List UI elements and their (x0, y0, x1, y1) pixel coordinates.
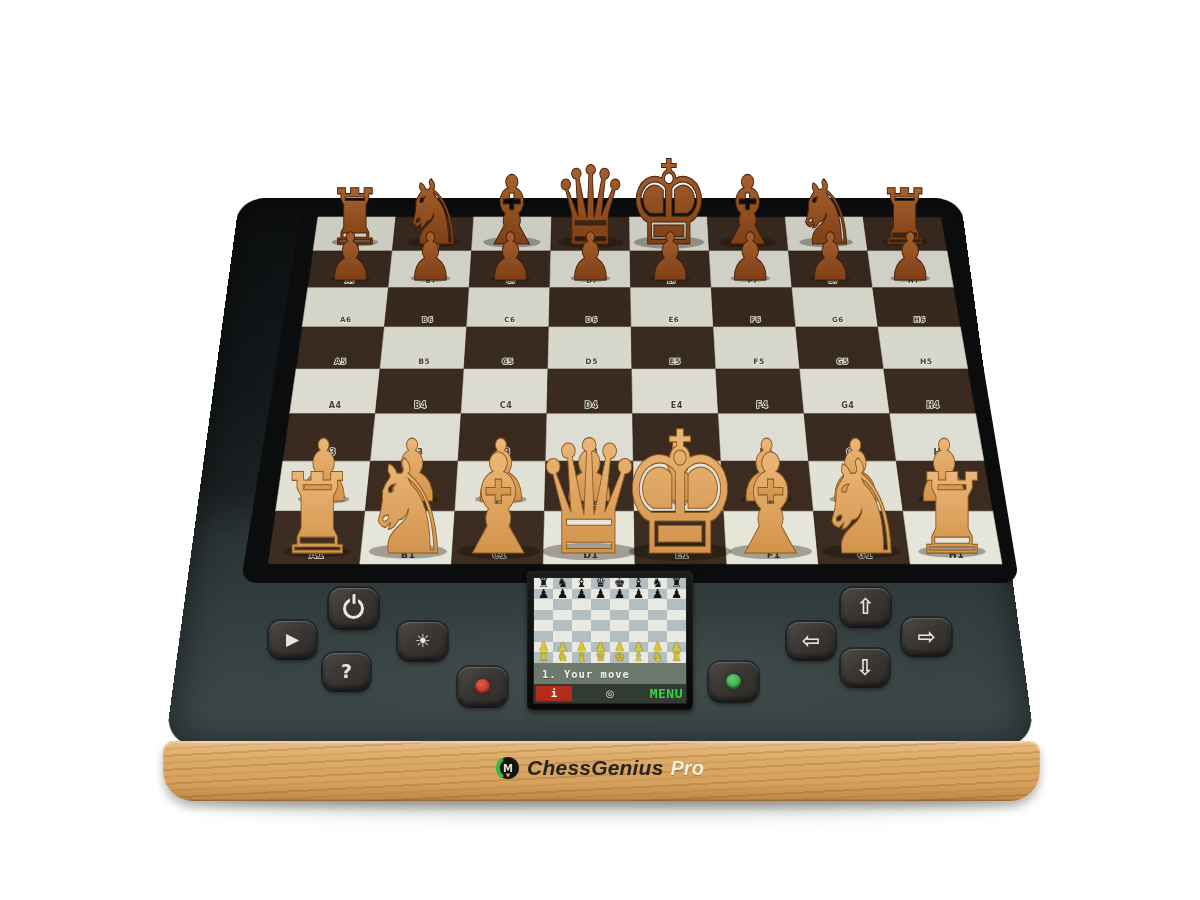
green-dot-icon (726, 674, 741, 689)
square-label-C6: C6 (504, 315, 515, 324)
status-icon: ◎ (606, 688, 615, 699)
piece-white-bishop[interactable]: ♝ (721, 425, 820, 585)
lcd-square-h5 (667, 610, 686, 621)
square-label-B4: B4 (414, 400, 427, 410)
square-label-E5: E5 (670, 357, 681, 366)
square-label-A5: A5 (335, 357, 347, 366)
square-label-G5: G5 (836, 357, 849, 366)
square-label-F4: F4 (756, 400, 768, 410)
arrow-up-button[interactable]: ⇧ (841, 588, 890, 626)
lcd-square-f7: ♟ (629, 589, 648, 600)
square-label-H6: H6 (914, 315, 926, 324)
chessgenius-pro-device: A8B8C8D8E8F8G8H8A7B7C7D7E7F7G7H7A6B6C6D6… (0, 0, 1200, 900)
lcd-square-g6 (648, 599, 667, 610)
arrow-down-icon: ⇩ (856, 657, 874, 679)
lcd-square-e4 (610, 620, 629, 631)
lcd-square-d1: ♛ (591, 652, 610, 663)
brand-name: ChessGenius (527, 756, 663, 780)
brightness-button[interactable]: ☀ (398, 622, 447, 660)
lcd-status-bar: i ◎ MENU (534, 684, 686, 703)
arrow-up-icon: ⇧ (856, 596, 874, 618)
square-label-C4: C4 (500, 400, 513, 410)
arrow-down-button[interactable]: ⇩ (841, 649, 889, 686)
lcd-square-g1: ♞ (648, 652, 667, 663)
square-label-G6: G6 (832, 315, 844, 324)
lcd-square-b7: ♟ (553, 589, 572, 600)
lcd-square-f5 (629, 610, 648, 621)
lcd-square-b6 (553, 599, 572, 610)
play-icon: ▶ (286, 631, 299, 648)
lcd-square-h1: ♜ (667, 652, 686, 663)
lcd-square-c5 (572, 610, 591, 621)
square-label-D5: D5 (585, 357, 598, 366)
arrow-right-button[interactable]: ⇨ (902, 618, 951, 655)
piece-black-pawn[interactable]: ♟ (807, 218, 854, 295)
lcd-square-h7: ♟ (667, 589, 686, 600)
brightness-icon: ☀ (414, 632, 430, 650)
lcd-square-h4 (667, 620, 686, 631)
lcd-square-c1: ♝ (572, 652, 591, 663)
lcd-screen: ♜♞♝♛♚♝♞♜♟♟♟♟♟♟♟♟♟♟♟♟♟♟♟♟♜♞♝♛♚♝♞♜ 1. Your… (533, 577, 687, 704)
svg-text:M: M (503, 763, 513, 774)
square-label-B6: B6 (422, 315, 433, 324)
square-label-H5: H5 (920, 357, 933, 366)
piece-black-pawn[interactable]: ♟ (727, 218, 774, 295)
chessgenius-logo: M (496, 756, 520, 780)
piece-black-pawn[interactable]: ♟ (647, 218, 694, 295)
lcd-square-d5 (591, 610, 610, 621)
lcd-square-c7: ♟ (572, 589, 591, 600)
lcd-square-g5 (648, 610, 667, 621)
square-label-H4: H4 (927, 400, 940, 410)
piece-black-pawn[interactable]: ♟ (887, 218, 934, 295)
square-label-B5: B5 (418, 357, 430, 366)
lcd-square-a7: ♟ (534, 589, 553, 600)
piece-white-knight[interactable]: ♞ (815, 433, 908, 584)
power-icon (343, 598, 364, 619)
menu-label: MENU (650, 686, 683, 701)
square-label-A6: A6 (340, 315, 351, 324)
square-label-E6: E6 (668, 315, 679, 324)
lcd-square-a1: ♜ (534, 652, 553, 663)
power-button[interactable] (329, 588, 378, 628)
piece-black-pawn[interactable]: ♟ (487, 218, 534, 295)
lcd-square-h6 (667, 599, 686, 610)
lcd-square-e1: ♚ (610, 652, 629, 663)
arrow-left-icon: ⇦ (802, 630, 820, 652)
square-label-G4: G4 (841, 400, 854, 410)
piece-black-pawn[interactable]: ♟ (567, 218, 614, 295)
square-label-F6: F6 (750, 315, 761, 324)
lcd-display: ♜♞♝♛♚♝♞♜♟♟♟♟♟♟♟♟♟♟♟♟♟♟♟♟♜♞♝♛♚♝♞♜ 1. Your… (527, 571, 693, 710)
lcd-square-b1: ♞ (553, 652, 572, 663)
red-dot-icon (475, 679, 490, 694)
lcd-mini-board: ♜♞♝♛♚♝♞♜♟♟♟♟♟♟♟♟♟♟♟♟♟♟♟♟♜♞♝♛♚♝♞♜ (534, 578, 686, 663)
piece-black-pawn[interactable]: ♟ (327, 218, 374, 295)
brand-bar: M ChessGenius Pro (0, 748, 1200, 788)
play-button[interactable]: ▶ (269, 621, 316, 658)
square-label-A4: A4 (329, 400, 342, 410)
red-record-button[interactable] (458, 667, 507, 706)
lcd-square-b4 (553, 620, 572, 631)
lcd-square-f6 (629, 599, 648, 610)
arrow-left-button[interactable]: ⇦ (787, 622, 835, 659)
lcd-square-e5 (610, 610, 629, 621)
piece-white-rook[interactable]: ♜ (277, 450, 357, 580)
info-badge: i (536, 686, 572, 701)
lcd-square-a5 (534, 610, 553, 621)
square-label-D6: D6 (586, 315, 598, 324)
lcd-square-f1: ♝ (629, 652, 648, 663)
lcd-square-a4 (534, 620, 553, 631)
lcd-square-d4 (591, 620, 610, 631)
piece-white-rook[interactable]: ♜ (912, 450, 992, 580)
lcd-square-a6 (534, 599, 553, 610)
question-icon: ? (341, 662, 352, 681)
lcd-square-g7: ♟ (648, 589, 667, 600)
lcd-square-d7: ♟ (591, 589, 610, 600)
square-label-C5: C5 (502, 357, 514, 366)
lcd-message: 1. Your move (534, 663, 686, 684)
lcd-square-e6 (610, 599, 629, 610)
lcd-square-f4 (629, 620, 648, 631)
brand-suffix: Pro (671, 757, 704, 780)
help-button[interactable]: ? (323, 653, 370, 690)
lcd-square-b5 (553, 610, 572, 621)
lcd-square-c6 (572, 599, 591, 610)
lcd-square-g4 (648, 620, 667, 631)
green-confirm-button[interactable] (709, 662, 758, 701)
square-label-F5: F5 (753, 357, 764, 366)
piece-black-pawn[interactable]: ♟ (407, 218, 454, 295)
arrow-right-icon: ⇨ (917, 626, 935, 648)
lcd-square-e7: ♟ (610, 589, 629, 600)
piece-white-knight[interactable]: ♞ (361, 433, 454, 584)
lcd-square-d6 (591, 599, 610, 610)
lcd-square-c4 (572, 620, 591, 631)
